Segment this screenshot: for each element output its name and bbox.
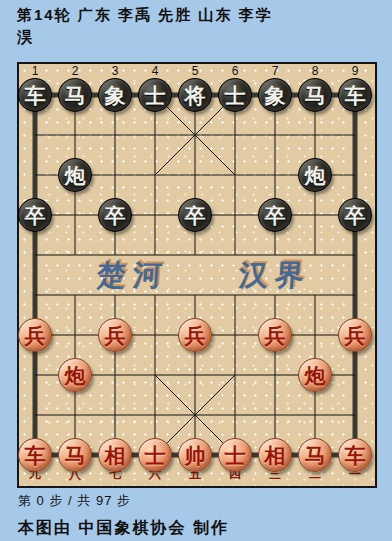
river: 楚河 汉界 <box>35 256 355 294</box>
piece-red-rook[interactable]: 车 <box>18 438 52 472</box>
file-label-top: 8 <box>305 65 325 78</box>
piece-black-soldier[interactable]: 卒 <box>258 198 292 232</box>
match-title: 第14轮 广东 李禹 先胜 山东 李学 淏 <box>0 0 392 48</box>
file-label-top: 7 <box>265 65 285 78</box>
piece-red-advisor[interactable]: 士 <box>138 438 172 472</box>
piece-red-soldier[interactable]: 兵 <box>258 318 292 352</box>
file-label-top: 3 <box>105 65 125 78</box>
file-labels-top: 123456789 <box>19 65 375 79</box>
piece-red-elephant[interactable]: 相 <box>258 438 292 472</box>
file-label-top: 6 <box>225 65 245 78</box>
piece-black-cannon[interactable]: 炮 <box>58 158 92 192</box>
piece-red-general[interactable]: 帅 <box>178 438 212 472</box>
piece-red-cannon[interactable]: 炮 <box>58 358 92 392</box>
piece-red-advisor[interactable]: 士 <box>218 438 252 472</box>
piece-black-horse[interactable]: 马 <box>298 78 332 112</box>
river-label-right: 汉界 <box>238 258 312 292</box>
piece-black-soldier[interactable]: 卒 <box>178 198 212 232</box>
file-label-top: 5 <box>185 65 205 78</box>
file-label-top: 2 <box>65 65 85 78</box>
piece-black-soldier[interactable]: 卒 <box>338 198 372 232</box>
piece-red-soldier[interactable]: 兵 <box>18 318 52 352</box>
file-label-top: 4 <box>145 65 165 78</box>
piece-black-soldier[interactable]: 卒 <box>18 198 52 232</box>
credit-line: 本图由 中国象棋协会 制作 <box>18 518 392 539</box>
piece-red-elephant[interactable]: 相 <box>98 438 132 472</box>
piece-red-horse[interactable]: 马 <box>58 438 92 472</box>
piece-black-horse[interactable]: 马 <box>58 78 92 112</box>
piece-black-soldier[interactable]: 卒 <box>98 198 132 232</box>
piece-black-cannon[interactable]: 炮 <box>298 158 332 192</box>
piece-black-elephant[interactable]: 象 <box>98 78 132 112</box>
piece-black-elephant[interactable]: 象 <box>258 78 292 112</box>
piece-red-soldier[interactable]: 兵 <box>178 318 212 352</box>
piece-black-advisor[interactable]: 士 <box>218 78 252 112</box>
piece-red-soldier[interactable]: 兵 <box>98 318 132 352</box>
piece-black-advisor[interactable]: 士 <box>138 78 172 112</box>
piece-red-cannon[interactable]: 炮 <box>298 358 332 392</box>
xiangqi-board[interactable]: 123456789 楚河 汉界 车马象士将士象马车炮炮卒卒卒卒卒兵兵兵兵兵炮炮车… <box>17 62 377 488</box>
river-label-left: 楚河 <box>96 258 170 292</box>
piece-red-rook[interactable]: 车 <box>338 438 372 472</box>
piece-black-general[interactable]: 将 <box>178 78 212 112</box>
piece-red-horse[interactable]: 马 <box>298 438 332 472</box>
match-title-line1: 第14轮 广东 李禹 先胜 山东 李学 <box>17 4 382 26</box>
match-title-line2: 淏 <box>17 26 382 48</box>
file-label-top: 1 <box>25 65 45 78</box>
file-label-top: 9 <box>345 65 365 78</box>
move-counter: 第 0 步 / 共 97 步 <box>18 492 392 510</box>
piece-red-soldier[interactable]: 兵 <box>338 318 372 352</box>
piece-black-rook[interactable]: 车 <box>338 78 372 112</box>
piece-black-rook[interactable]: 车 <box>18 78 52 112</box>
